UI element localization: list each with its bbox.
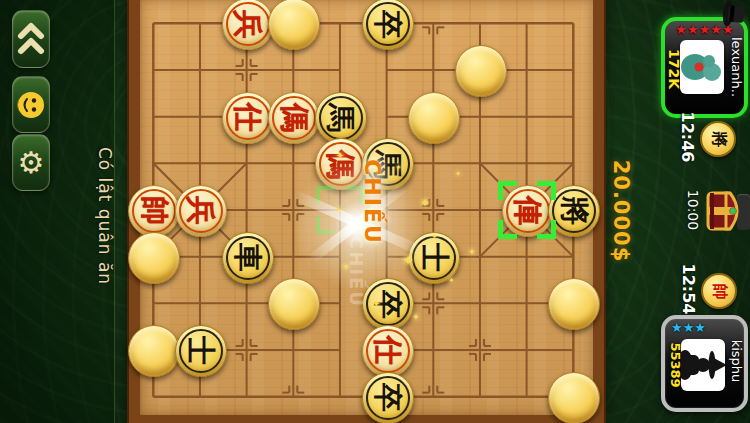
player-side-coin: 帥	[701, 273, 737, 309]
piece-red-advisor-5-7[interactable]: 仕	[362, 325, 414, 377]
chat-emoji-button[interactable]	[12, 76, 50, 133]
check-banner-echo: CHIẾU	[346, 236, 367, 308]
player-avatar-figure	[681, 339, 725, 391]
piece-glyph: 士	[420, 243, 449, 272]
piece-black-horse-4-2[interactable]: 馬	[315, 92, 367, 144]
piece-glyph: 馬	[326, 103, 355, 132]
player-timer: 12:54	[679, 264, 698, 315]
piece-black-general-9-4[interactable]: 將	[548, 185, 600, 237]
piece-black-soldier-5-6[interactable]: 卒	[362, 278, 414, 330]
piece-face-down-6-2[interactable]	[408, 92, 460, 144]
player-name: kisphu	[729, 340, 744, 383]
settings-button[interactable]: ⚙	[12, 134, 50, 191]
piece-glyph: 仕	[233, 103, 262, 132]
piece-red-soldier-2-0[interactable]: 兵	[222, 0, 274, 50]
opponent-card[interactable]: ★★★★★ 172K lexuanh..	[661, 17, 748, 118]
piece-glyph: 仕	[373, 336, 402, 365]
stake-amount: 20.000$	[609, 160, 633, 263]
game-screen: ⚙ Có lật quân ăn 兵卒仕傌馬傌馬帥兵俥將車士卒士仕卒 CHIẾU…	[0, 0, 750, 423]
double-chevron-back-icon	[16, 21, 46, 57]
piece-glyph: 士	[186, 336, 215, 365]
emoji-smiley-icon	[15, 89, 47, 121]
top-hat-icon	[720, 0, 747, 30]
piece-red-horse-3-2[interactable]: 傌	[268, 92, 320, 144]
piece-red-soldier-1-4[interactable]: 兵	[175, 185, 227, 237]
chest-timer: 10:00	[685, 190, 701, 230]
piece-glyph: 卒	[373, 383, 402, 412]
opponent-avatar	[680, 40, 724, 94]
opponent-score: 172K	[666, 49, 682, 89]
player-score: 55389	[668, 342, 683, 387]
opponent-side-piece: 將	[708, 131, 729, 147]
piece-black-advisor-6-5[interactable]: 士	[408, 232, 460, 284]
settings-gear-icon: ⚙	[18, 148, 45, 178]
piece-glyph: 傌	[326, 150, 355, 179]
player-card[interactable]: ★★★ 55389 kisphu	[661, 315, 748, 412]
piece-black-soldier-5-0[interactable]: 卒	[362, 0, 414, 50]
check-banner: CHIẾU	[360, 159, 385, 245]
piece-glyph: 卒	[373, 10, 402, 39]
piece-black-soldier-5-8[interactable]: 卒	[362, 372, 414, 423]
treasure-chest-icon[interactable]	[702, 188, 748, 234]
piece-glyph: 兵	[186, 196, 215, 225]
piece-red-general-0-4[interactable]: 帥	[128, 185, 180, 237]
opponent-name: lexuanh..	[729, 37, 744, 97]
piece-face-down-7-1[interactable]	[455, 45, 507, 97]
piece-glyph: 俥	[513, 196, 542, 225]
piece-glyph: 帥	[140, 196, 169, 225]
player-avatar	[681, 339, 725, 391]
piece-face-down-0-7[interactable]	[128, 325, 180, 377]
opponent-side-coin: 將	[700, 121, 736, 157]
piece-glyph: 兵	[233, 10, 262, 39]
player-stars: ★★★	[665, 320, 750, 335]
opponent-avatar-figure	[680, 40, 724, 94]
piece-face-down-9-8[interactable]	[548, 372, 600, 423]
piece-glyph: 車	[233, 243, 262, 272]
piece-glyph: 卒	[373, 290, 402, 319]
back-button[interactable]	[12, 10, 50, 68]
opponent-timer: 12:46	[678, 112, 697, 163]
piece-glyph: 傌	[280, 103, 309, 132]
piece-black-chariot-2-5[interactable]: 車	[222, 232, 274, 284]
piece-red-advisor-2-2[interactable]: 仕	[222, 92, 274, 144]
piece-glyph: 將	[560, 196, 589, 225]
piece-red-chariot-8-4[interactable]: 俥	[502, 185, 554, 237]
piece-black-advisor-1-7[interactable]: 士	[175, 325, 227, 377]
piece-face-down-0-5[interactable]	[128, 232, 180, 284]
game-mode-label: Có lật quân ăn	[95, 147, 115, 285]
player-side-piece: 帥	[709, 283, 730, 299]
